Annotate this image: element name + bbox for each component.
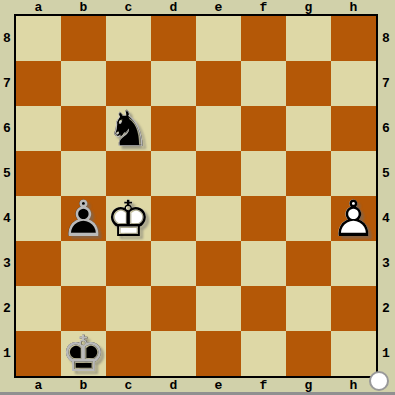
square-g5[interactable] (286, 151, 331, 196)
piece-white-king[interactable]: ♚♔ (106, 196, 151, 241)
file-label: a (16, 0, 61, 14)
rank-label: 1 (0, 331, 14, 376)
square-c7[interactable] (106, 61, 151, 106)
rank-label: 5 (377, 151, 395, 196)
rank-label: 4 (0, 196, 14, 241)
square-f8[interactable] (241, 16, 286, 61)
square-a8[interactable] (16, 16, 61, 61)
rank-labels-right: 87654321 (377, 16, 395, 376)
square-h4[interactable]: ♟♙ (331, 196, 376, 241)
square-a1[interactable] (16, 331, 61, 376)
square-a5[interactable] (16, 151, 61, 196)
square-e6[interactable] (196, 106, 241, 151)
square-d7[interactable] (151, 61, 196, 106)
file-label: b (61, 0, 106, 14)
piece-glyph-outline: ♙ (331, 196, 376, 241)
rank-label: 8 (377, 16, 395, 61)
square-g7[interactable] (286, 61, 331, 106)
square-d5[interactable] (151, 151, 196, 196)
file-label: c (106, 0, 151, 14)
square-b3[interactable] (61, 241, 106, 286)
file-label: e (196, 0, 241, 14)
square-e1[interactable] (196, 331, 241, 376)
piece-black-pawn[interactable]: ♟♙ (61, 196, 106, 241)
file-label: f (241, 0, 286, 14)
square-b1[interactable]: ♚♔ (61, 331, 106, 376)
board: ♞♘♟♙♚♔♟♙♚♔ (14, 14, 378, 378)
turn-indicator (369, 371, 389, 391)
piece-glyph-fill: ♞ (106, 106, 151, 151)
square-h6[interactable] (331, 106, 376, 151)
rank-label: 2 (0, 286, 14, 331)
square-c5[interactable] (106, 151, 151, 196)
square-b5[interactable] (61, 151, 106, 196)
square-f6[interactable] (241, 106, 286, 151)
rank-label: 1 (377, 331, 395, 376)
square-c2[interactable] (106, 286, 151, 331)
rank-label: 5 (0, 151, 14, 196)
square-d8[interactable] (151, 16, 196, 61)
square-b7[interactable] (61, 61, 106, 106)
square-b2[interactable] (61, 286, 106, 331)
square-d2[interactable] (151, 286, 196, 331)
rank-label: 7 (377, 61, 395, 106)
square-h2[interactable] (331, 286, 376, 331)
square-a7[interactable] (16, 61, 61, 106)
square-c6[interactable]: ♞♘ (106, 106, 151, 151)
square-c3[interactable] (106, 241, 151, 286)
square-f4[interactable] (241, 196, 286, 241)
piece-glyph-outline: ♔ (61, 331, 106, 376)
file-labels-top: abcdefgh (16, 0, 376, 14)
rank-label: 2 (377, 286, 395, 331)
square-g4[interactable] (286, 196, 331, 241)
square-h5[interactable] (331, 151, 376, 196)
square-f3[interactable] (241, 241, 286, 286)
file-label: d (151, 0, 196, 14)
piece-white-pawn[interactable]: ♟♙ (331, 196, 376, 241)
square-h1[interactable] (331, 331, 376, 376)
rank-label: 3 (0, 241, 14, 286)
square-g2[interactable] (286, 286, 331, 331)
rank-label: 7 (0, 61, 14, 106)
square-h8[interactable] (331, 16, 376, 61)
square-g1[interactable] (286, 331, 331, 376)
piece-black-knight[interactable]: ♞♘ (106, 106, 151, 151)
square-e7[interactable] (196, 61, 241, 106)
square-e3[interactable] (196, 241, 241, 286)
square-h3[interactable] (331, 241, 376, 286)
square-h7[interactable] (331, 61, 376, 106)
piece-black-king[interactable]: ♚♔ (61, 331, 106, 376)
square-f7[interactable] (241, 61, 286, 106)
square-f5[interactable] (241, 151, 286, 196)
square-a2[interactable] (16, 286, 61, 331)
square-d3[interactable] (151, 241, 196, 286)
piece-glyph-fill: ♟ (61, 196, 106, 241)
square-a4[interactable] (16, 196, 61, 241)
square-e8[interactable] (196, 16, 241, 61)
file-label: g (286, 0, 331, 14)
square-b4[interactable]: ♟♙ (61, 196, 106, 241)
square-a3[interactable] (16, 241, 61, 286)
piece-glyph-outline: ♘ (106, 106, 151, 151)
file-label: h (331, 0, 376, 14)
square-d1[interactable] (151, 331, 196, 376)
square-d6[interactable] (151, 106, 196, 151)
square-f1[interactable] (241, 331, 286, 376)
square-g6[interactable] (286, 106, 331, 151)
rank-label: 4 (377, 196, 395, 241)
square-b6[interactable] (61, 106, 106, 151)
rank-label: 3 (377, 241, 395, 286)
square-g3[interactable] (286, 241, 331, 286)
rank-labels-left: 87654321 (0, 16, 14, 376)
square-g8[interactable] (286, 16, 331, 61)
square-f2[interactable] (241, 286, 286, 331)
piece-glyph-outline: ♙ (61, 196, 106, 241)
square-c8[interactable] (106, 16, 151, 61)
chess-app: abcdefgh 87654321 ♞♘♟♙♚♔♟♙♚♔ 87654321 ab… (0, 0, 395, 395)
square-e2[interactable] (196, 286, 241, 331)
rank-label: 6 (0, 106, 14, 151)
piece-glyph-fill: ♚ (106, 196, 151, 241)
square-c4[interactable]: ♚♔ (106, 196, 151, 241)
square-e5[interactable] (196, 151, 241, 196)
square-b8[interactable] (61, 16, 106, 61)
rank-label: 8 (0, 16, 14, 61)
square-d4[interactable] (151, 196, 196, 241)
rank-label: 6 (377, 106, 395, 151)
piece-glyph-outline: ♔ (106, 196, 151, 241)
square-a6[interactable] (16, 106, 61, 151)
square-c1[interactable] (106, 331, 151, 376)
piece-glyph-fill: ♚ (61, 331, 106, 376)
square-e4[interactable] (196, 196, 241, 241)
piece-glyph-fill: ♟ (331, 196, 376, 241)
